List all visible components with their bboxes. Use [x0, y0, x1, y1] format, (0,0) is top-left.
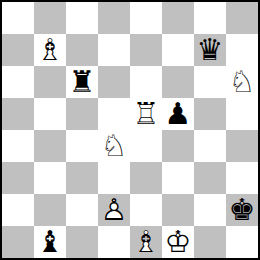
square-e8[interactable] [130, 2, 162, 34]
square-f4[interactable] [162, 130, 194, 162]
square-h6[interactable]: ♞♘ [226, 66, 258, 98]
square-h5[interactable] [226, 98, 258, 130]
square-a1[interactable] [2, 226, 34, 258]
square-h8[interactable] [226, 2, 258, 34]
piece-black-pawn: ♟ [162, 98, 194, 130]
square-e7[interactable] [130, 34, 162, 66]
piece-white-knight-fill: ♞ [98, 130, 130, 162]
square-c4[interactable] [66, 130, 98, 162]
square-d2[interactable]: ♟♙ [98, 194, 130, 226]
piece-black-bishop: ♝ [34, 226, 66, 258]
chess-board-frame: ♝♗♛♜♞♘♜♖♟♞♘♟♙♚♝♝♗♚♔ [0, 0, 260, 260]
square-b3[interactable] [34, 162, 66, 194]
square-h3[interactable] [226, 162, 258, 194]
piece-black-queen: ♛ [194, 34, 226, 66]
square-a5[interactable] [2, 98, 34, 130]
square-g1[interactable] [194, 226, 226, 258]
piece-black-king: ♚ [226, 194, 258, 226]
square-e3[interactable] [130, 162, 162, 194]
square-c6[interactable]: ♜ [66, 66, 98, 98]
square-b7[interactable]: ♝♗ [34, 34, 66, 66]
square-b1[interactable]: ♝ [34, 226, 66, 258]
square-a6[interactable] [2, 66, 34, 98]
square-g8[interactable] [194, 2, 226, 34]
square-b6[interactable] [34, 66, 66, 98]
square-f3[interactable] [162, 162, 194, 194]
square-e2[interactable] [130, 194, 162, 226]
piece-white-bishop: ♗ [130, 226, 162, 258]
piece-white-knight-fill: ♞ [226, 66, 258, 98]
square-h4[interactable] [226, 130, 258, 162]
square-g4[interactable] [194, 130, 226, 162]
square-e4[interactable] [130, 130, 162, 162]
square-g7[interactable]: ♛ [194, 34, 226, 66]
square-f5[interactable]: ♟ [162, 98, 194, 130]
square-c8[interactable] [66, 2, 98, 34]
square-e1[interactable]: ♝♗ [130, 226, 162, 258]
piece-white-bishop-fill: ♝ [34, 34, 66, 66]
piece-white-pawn: ♙ [98, 194, 130, 226]
piece-white-rook-fill: ♜ [130, 98, 162, 130]
square-b8[interactable] [34, 2, 66, 34]
square-b4[interactable] [34, 130, 66, 162]
piece-white-bishop-fill: ♝ [130, 226, 162, 258]
square-d6[interactable] [98, 66, 130, 98]
piece-white-rook: ♖ [130, 98, 162, 130]
piece-white-knight: ♘ [98, 130, 130, 162]
piece-white-knight: ♘ [226, 66, 258, 98]
square-d7[interactable] [98, 34, 130, 66]
square-c3[interactable] [66, 162, 98, 194]
square-b5[interactable] [34, 98, 66, 130]
square-e6[interactable] [130, 66, 162, 98]
square-g3[interactable] [194, 162, 226, 194]
square-a4[interactable] [2, 130, 34, 162]
square-h2[interactable]: ♚ [226, 194, 258, 226]
square-c5[interactable] [66, 98, 98, 130]
square-d5[interactable] [98, 98, 130, 130]
square-f8[interactable] [162, 2, 194, 34]
square-f6[interactable] [162, 66, 194, 98]
piece-white-king-fill: ♚ [162, 226, 194, 258]
square-g5[interactable] [194, 98, 226, 130]
piece-white-bishop: ♗ [34, 34, 66, 66]
square-a7[interactable] [2, 34, 34, 66]
square-c7[interactable] [66, 34, 98, 66]
square-f2[interactable] [162, 194, 194, 226]
square-a3[interactable] [2, 162, 34, 194]
square-g6[interactable] [194, 66, 226, 98]
square-d1[interactable] [98, 226, 130, 258]
piece-white-pawn-fill: ♟ [98, 194, 130, 226]
chess-board: ♝♗♛♜♞♘♜♖♟♞♘♟♙♚♝♝♗♚♔ [2, 2, 258, 258]
square-f7[interactable] [162, 34, 194, 66]
square-d8[interactable] [98, 2, 130, 34]
piece-white-king: ♔ [162, 226, 194, 258]
square-h7[interactable] [226, 34, 258, 66]
square-g2[interactable] [194, 194, 226, 226]
square-b2[interactable] [34, 194, 66, 226]
square-d4[interactable]: ♞♘ [98, 130, 130, 162]
square-d3[interactable] [98, 162, 130, 194]
square-h1[interactable] [226, 226, 258, 258]
square-a8[interactable] [2, 2, 34, 34]
square-c2[interactable] [66, 194, 98, 226]
square-e5[interactable]: ♜♖ [130, 98, 162, 130]
square-f1[interactable]: ♚♔ [162, 226, 194, 258]
piece-black-rook: ♜ [66, 66, 98, 98]
square-a2[interactable] [2, 194, 34, 226]
square-c1[interactable] [66, 226, 98, 258]
